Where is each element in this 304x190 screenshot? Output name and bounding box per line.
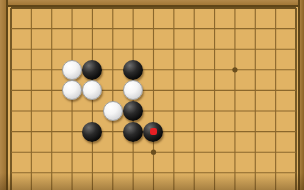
black-stone[interactable]	[123, 101, 143, 121]
white-stone[interactable]	[62, 60, 82, 80]
go-board[interactable]	[0, 0, 304, 190]
white-stone[interactable]	[123, 80, 143, 100]
black-stone[interactable]	[82, 122, 102, 142]
black-stone[interactable]	[82, 60, 102, 80]
black-stone[interactable]	[143, 122, 163, 142]
last-move-marker	[150, 128, 158, 136]
black-stone[interactable]	[123, 122, 143, 142]
white-stone[interactable]	[62, 80, 82, 100]
stones-layer	[1, 0, 304, 183]
white-stone[interactable]	[103, 101, 123, 121]
black-stone[interactable]	[123, 60, 143, 80]
white-stone[interactable]	[82, 80, 102, 100]
